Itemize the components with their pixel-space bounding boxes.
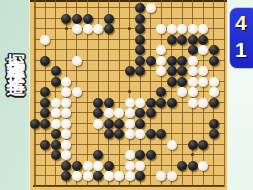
black-stone <box>30 119 40 129</box>
white-stone <box>198 24 208 34</box>
white-stone <box>209 77 219 87</box>
black-stone <box>135 171 145 181</box>
black-stone <box>135 35 145 45</box>
white-stone <box>188 87 198 97</box>
black-stone <box>167 66 177 76</box>
black-stone <box>114 129 124 139</box>
black-stone <box>209 45 219 55</box>
star-point <box>191 153 194 156</box>
black-stone <box>156 129 166 139</box>
black-stone <box>104 98 114 108</box>
white-stone <box>93 24 103 34</box>
black-stone <box>61 171 71 181</box>
white-stone <box>198 66 208 76</box>
black-stone <box>177 35 187 45</box>
white-stone <box>72 171 82 181</box>
black-stone <box>135 66 145 76</box>
black-stone <box>135 45 145 55</box>
black-stone <box>188 35 198 45</box>
white-stone <box>61 77 71 87</box>
white-stone <box>167 140 177 150</box>
white-stone <box>209 87 219 97</box>
white-stone <box>135 129 145 139</box>
black-stone <box>135 24 145 34</box>
white-stone <box>156 56 166 66</box>
white-stone <box>114 171 124 181</box>
white-stone <box>61 119 71 129</box>
black-stone <box>135 119 145 129</box>
black-stone <box>93 98 103 108</box>
badge-number-bottom: 1 <box>235 36 253 63</box>
black-stone <box>104 161 114 171</box>
white-stone <box>61 108 71 118</box>
black-stone <box>40 87 50 97</box>
white-stone <box>104 171 114 181</box>
black-stone <box>93 171 103 181</box>
white-stone <box>198 98 208 108</box>
black-stone <box>146 129 156 139</box>
star-point <box>128 27 131 30</box>
white-stone <box>177 24 187 34</box>
black-stone <box>114 119 124 129</box>
black-stone <box>146 56 156 66</box>
white-stone <box>146 3 156 13</box>
black-stone <box>135 3 145 13</box>
black-stone <box>72 14 82 24</box>
black-stone <box>188 161 198 171</box>
black-stone <box>83 14 93 24</box>
black-stone <box>51 77 61 87</box>
black-stone <box>51 150 61 160</box>
white-stone <box>72 24 82 34</box>
black-stone <box>167 98 177 108</box>
white-stone <box>61 129 71 139</box>
black-stone <box>104 129 114 139</box>
white-stone <box>156 171 166 181</box>
go-board[interactable] <box>30 0 227 190</box>
white-stone <box>125 119 135 129</box>
white-stone <box>198 77 208 87</box>
white-stone <box>51 119 61 129</box>
black-stone <box>167 77 177 87</box>
white-stone <box>61 140 71 150</box>
white-stone <box>198 45 208 55</box>
white-stone <box>83 161 93 171</box>
black-stone <box>104 24 114 34</box>
white-stone <box>125 161 135 171</box>
grid-line-horizontal <box>34 7 225 8</box>
vertical-caption-text: 探索棋之正道 <box>3 38 29 68</box>
black-stone <box>198 140 208 150</box>
white-stone <box>93 119 103 129</box>
badge-number-top: 4 <box>235 9 253 36</box>
white-stone <box>104 108 114 118</box>
star-point <box>65 27 68 30</box>
black-stone <box>198 35 208 45</box>
white-stone <box>83 24 93 34</box>
black-stone <box>104 119 114 129</box>
white-stone <box>125 150 135 160</box>
white-stone <box>72 87 82 97</box>
white-stone <box>61 87 71 97</box>
black-stone <box>146 108 156 118</box>
white-stone <box>156 66 166 76</box>
white-stone <box>125 171 135 181</box>
black-stone <box>51 129 61 139</box>
black-stone <box>135 150 145 160</box>
white-stone <box>177 87 187 97</box>
white-stone <box>167 171 177 181</box>
white-stone <box>51 98 61 108</box>
black-stone <box>51 140 61 150</box>
white-stone <box>93 161 103 171</box>
black-stone <box>40 98 50 108</box>
black-stone <box>61 14 71 24</box>
black-stone <box>61 161 71 171</box>
white-stone <box>167 24 177 34</box>
white-stone <box>61 150 71 160</box>
black-stone <box>209 119 219 129</box>
black-stone <box>188 45 198 55</box>
black-stone <box>104 14 114 24</box>
white-stone <box>61 98 71 108</box>
white-stone <box>125 108 135 118</box>
white-stone <box>72 56 82 66</box>
white-stone <box>188 98 198 108</box>
white-stone <box>156 24 166 34</box>
black-stone <box>177 161 187 171</box>
black-stone <box>177 77 187 87</box>
black-stone <box>209 56 219 66</box>
white-stone <box>198 161 208 171</box>
black-stone <box>146 150 156 160</box>
black-stone <box>125 66 135 76</box>
black-stone <box>188 140 198 150</box>
white-stone <box>135 161 145 171</box>
white-stone <box>51 108 61 118</box>
black-stone <box>167 35 177 45</box>
white-stone <box>125 129 135 139</box>
black-stone <box>72 161 82 171</box>
black-stone <box>135 56 145 66</box>
black-stone <box>93 150 103 160</box>
black-stone <box>51 66 61 76</box>
black-stone <box>167 56 177 66</box>
grid-line-horizontal <box>34 186 225 187</box>
move-number-badge: 4 1 <box>229 7 253 69</box>
black-stone <box>177 66 187 76</box>
white-stone <box>188 77 198 87</box>
black-stone <box>40 108 50 118</box>
black-stone <box>40 140 50 150</box>
black-stone <box>135 108 145 118</box>
black-stone <box>209 129 219 139</box>
white-stone <box>135 98 145 108</box>
black-stone <box>93 108 103 118</box>
white-stone <box>188 24 198 34</box>
star-point <box>128 90 131 93</box>
white-stone <box>83 171 93 181</box>
black-stone <box>146 98 156 108</box>
black-stone <box>156 87 166 97</box>
white-stone <box>40 35 50 45</box>
white-stone <box>188 56 198 66</box>
white-stone <box>114 108 124 118</box>
black-stone <box>156 98 166 108</box>
black-stone <box>40 119 50 129</box>
white-stone <box>125 98 135 108</box>
white-stone <box>156 45 166 55</box>
black-stone <box>40 56 50 66</box>
white-stone <box>188 66 198 76</box>
black-stone <box>209 98 219 108</box>
black-stone <box>177 56 187 66</box>
black-stone <box>135 14 145 24</box>
